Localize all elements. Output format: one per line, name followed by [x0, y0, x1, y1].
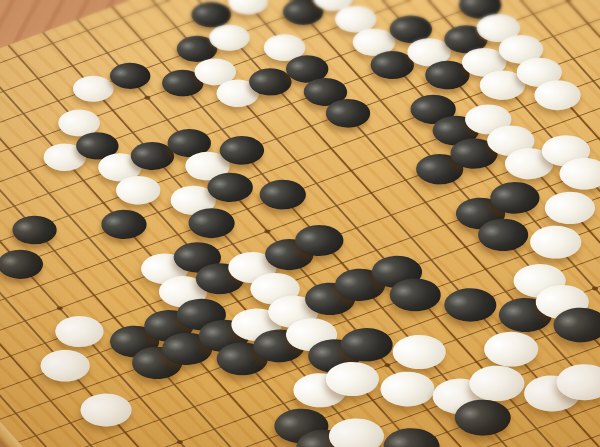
hoshi-point	[591, 286, 599, 291]
go-stone-black	[373, 422, 449, 447]
go-stone-black	[93, 205, 155, 245]
go-stone-white	[521, 220, 591, 265]
go-stone-white	[46, 310, 112, 352]
go-board-photo	[0, 0, 600, 447]
go-stone-white	[383, 329, 456, 376]
go-stone-black	[435, 282, 506, 328]
hoshi-point	[176, 439, 184, 444]
go-stone-white	[71, 387, 141, 432]
go-stone-white	[32, 344, 99, 387]
hoshi-point	[263, 229, 271, 234]
go-stone-black	[251, 174, 314, 215]
go-stone-black	[0, 244, 51, 284]
hoshi-point	[56, 306, 64, 311]
hoshi-point	[383, 363, 391, 368]
hoshi-point	[143, 95, 151, 100]
go-stone-white	[474, 325, 548, 372]
go-stone-white	[536, 186, 600, 230]
go-board[interactable]	[0, 0, 600, 447]
go-stone-black	[4, 210, 65, 249]
